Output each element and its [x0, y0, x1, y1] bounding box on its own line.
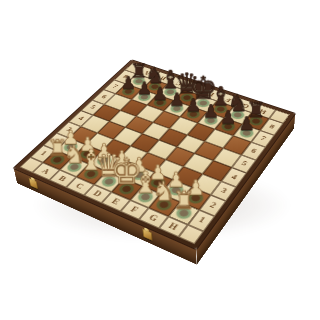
file-label-f-near: F: [129, 205, 140, 214]
file-label-h-near: H: [167, 222, 179, 232]
rank-label-4-left: 4: [77, 115, 86, 121]
rank-label-5-right: 5: [240, 160, 249, 167]
brass-clasp-left: [29, 178, 39, 190]
brass-clasp-center: [142, 229, 152, 242]
perspective-stage: ABCDEFGH8♜♞♝♛♚♝♞♜87♟♟♟♟♟♟♟♟7665544332♟♟♟…: [0, 0, 320, 320]
rank-label-6-left: 6: [100, 94, 108, 100]
black-pawn-glyph: ♟: [223, 114, 271, 133]
file-label-a-near: A: [40, 167, 51, 175]
rank-label-6-right: 6: [250, 147, 258, 154]
chess-board: ABCDEFGH8♜♞♝♛♚♝♞♜87♟♟♟♟♟♟♟♟7665544332♟♟♟…: [14, 60, 295, 249]
rank-label-5-left: 5: [89, 104, 97, 110]
board-grid: ABCDEFGH8♜♞♝♛♚♝♞♜87♟♟♟♟♟♟♟♟7665544332♟♟♟…: [20, 63, 290, 244]
file-label-c-near: C: [74, 182, 85, 190]
file-label-e-near: E: [110, 197, 121, 206]
white-rook-glyph: ♜: [157, 188, 211, 213]
file-label-b-near: B: [57, 174, 68, 182]
rank-label-7-right: 7: [259, 135, 267, 142]
product-photo-chess-set: ABCDEFGH8♜♞♝♛♚♝♞♜87♟♟♟♟♟♟♟♟7665544332♟♟♟…: [0, 0, 320, 320]
rank-label-4-right: 4: [230, 173, 239, 181]
file-label-d-near: D: [92, 189, 103, 198]
rank-label-1-right: 1: [197, 216, 207, 225]
file-label-g-near: G: [147, 213, 159, 223]
board-top-face: ABCDEFGH8♜♞♝♛♚♝♞♜87♟♟♟♟♟♟♟♟7665544332♟♟♟…: [14, 60, 295, 249]
